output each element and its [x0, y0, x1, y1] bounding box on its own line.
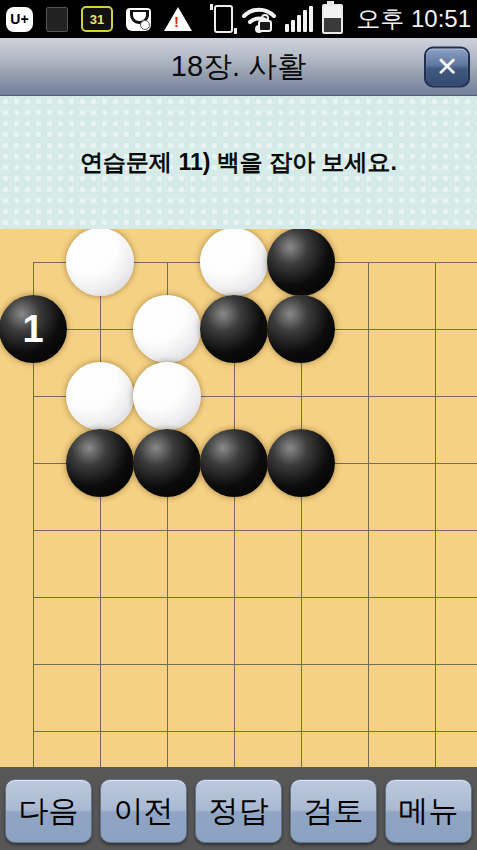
stone-black — [267, 295, 335, 363]
problem-instruction-text: 연습문제 11) 백을 잡아 보세요. — [80, 147, 397, 178]
stone-black — [200, 295, 268, 363]
stone-white — [133, 295, 201, 363]
stone-black — [66, 429, 134, 497]
go-board[interactable]: 1 — [0, 229, 477, 767]
status-bar-left: U+ 31 ! — [6, 6, 214, 32]
answer-button[interactable]: 정답 — [195, 779, 282, 843]
move-number-label: 1 — [22, 310, 43, 348]
signal-strength-icon — [285, 6, 313, 32]
shopping-bag-icon — [126, 8, 151, 31]
calendar-icon: 31 — [81, 6, 113, 32]
uplus-logo-icon: U+ — [6, 7, 33, 32]
bottom-toolbar: 다음 이전 정답 검토 메뉴 — [0, 767, 477, 850]
stone-white — [66, 362, 134, 430]
title-bar: 18장. 사활 ✕ — [0, 38, 477, 96]
stone-white — [66, 229, 134, 296]
status-bar: U+ 31 ! 오후 10:51 — [0, 0, 477, 38]
menu-button[interactable]: 메뉴 — [385, 779, 472, 843]
stone-black — [200, 429, 268, 497]
page-title: 18장. 사활 — [171, 47, 306, 87]
task-list-icon — [46, 7, 68, 32]
stone-black — [267, 229, 335, 296]
stone-black — [267, 429, 335, 497]
next-button[interactable]: 다음 — [5, 779, 92, 843]
vibrate-icon — [214, 5, 233, 33]
close-icon: ✕ — [436, 53, 459, 80]
review-button[interactable]: 검토 — [290, 779, 377, 843]
status-time: 오후 10:51 — [356, 3, 471, 35]
battery-icon — [322, 4, 343, 34]
wifi-lock-icon — [242, 6, 276, 33]
warning-icon: ! — [164, 7, 192, 31]
status-bar-right: 오후 10:51 — [214, 3, 471, 35]
stone-black-move-1: 1 — [0, 295, 67, 363]
problem-instruction-banner: 연습문제 11) 백을 잡아 보세요. — [0, 96, 477, 229]
close-button[interactable]: ✕ — [424, 46, 470, 87]
stone-white — [200, 229, 268, 296]
previous-button[interactable]: 이전 — [100, 779, 187, 843]
stone-black — [133, 429, 201, 497]
stone-white — [133, 362, 201, 430]
